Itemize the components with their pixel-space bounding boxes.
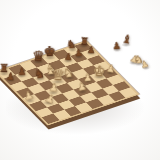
piece-contact-shadow (129, 61, 138, 65)
captured-piece-white-p-4[interactable]: ♟ (140, 59, 150, 70)
piece-contact-shadow (113, 48, 122, 52)
captured-piece-black-p-0[interactable]: ♟ (112, 41, 121, 51)
piece-contact-shadow (121, 43, 131, 47)
piece-contact-shadow (134, 62, 143, 66)
piece-contact-shadow (142, 66, 150, 70)
captured-piece-white-n-3[interactable]: ♞ (133, 54, 143, 65)
captured-piece-black-b-1[interactable]: ♝ (121, 33, 133, 46)
product-photo-stage: ♝♜♟♞♟♟♚♟♛♟♞♟♟♜♝♟♚♞♞♟♟♛♟♟♟♟ (0, 0, 160, 160)
captured-piece-white-p-2[interactable]: ♟ (129, 53, 140, 65)
